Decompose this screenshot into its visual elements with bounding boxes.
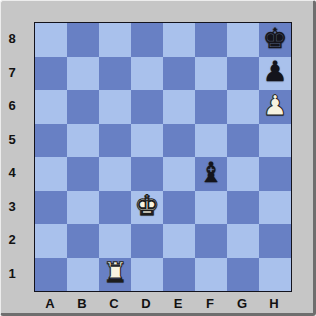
white-king[interactable]: ♚ — [134, 192, 159, 220]
square-a4[interactable] — [35, 157, 67, 191]
square-b1[interactable] — [67, 258, 99, 292]
square-h2[interactable] — [259, 224, 291, 258]
square-a7[interactable] — [35, 57, 67, 91]
square-a1[interactable] — [35, 258, 67, 292]
square-h6[interactable]: ♟ — [259, 90, 291, 124]
rank-label-8: 8 — [1, 22, 23, 56]
square-b3[interactable] — [67, 191, 99, 225]
rank-label-3: 3 — [1, 190, 23, 224]
square-e5[interactable] — [163, 124, 195, 158]
black-pawn[interactable]: ♟ — [262, 58, 287, 86]
file-label-d: D — [130, 293, 162, 313]
square-d6[interactable] — [131, 90, 163, 124]
black-bishop[interactable]: ♝ — [198, 159, 223, 187]
square-h5[interactable] — [259, 124, 291, 158]
square-b5[interactable] — [67, 124, 99, 158]
square-a2[interactable] — [35, 224, 67, 258]
file-label-f: F — [194, 293, 226, 313]
file-labels: ABCDEFGH — [34, 293, 290, 313]
file-label-a: A — [34, 293, 66, 313]
white-rook[interactable]: ♜ — [102, 259, 127, 287]
square-e6[interactable] — [163, 90, 195, 124]
square-g5[interactable] — [227, 124, 259, 158]
square-d1[interactable] — [131, 258, 163, 292]
square-c1[interactable]: ♜ — [99, 258, 131, 292]
square-f6[interactable] — [195, 90, 227, 124]
square-h3[interactable] — [259, 191, 291, 225]
square-f8[interactable] — [195, 23, 227, 57]
square-a8[interactable] — [35, 23, 67, 57]
square-h8[interactable]: ♚ — [259, 23, 291, 57]
square-a5[interactable] — [35, 124, 67, 158]
square-e8[interactable] — [163, 23, 195, 57]
square-c6[interactable] — [99, 90, 131, 124]
square-d5[interactable] — [131, 124, 163, 158]
square-g3[interactable] — [227, 191, 259, 225]
file-label-e: E — [162, 293, 194, 313]
square-f5[interactable] — [195, 124, 227, 158]
square-c7[interactable] — [99, 57, 131, 91]
square-f3[interactable] — [195, 191, 227, 225]
square-a3[interactable] — [35, 191, 67, 225]
square-f7[interactable] — [195, 57, 227, 91]
square-g8[interactable] — [227, 23, 259, 57]
square-b2[interactable] — [67, 224, 99, 258]
square-d2[interactable] — [131, 224, 163, 258]
black-king[interactable]: ♚ — [262, 25, 287, 53]
square-c2[interactable] — [99, 224, 131, 258]
square-a6[interactable] — [35, 90, 67, 124]
square-h7[interactable]: ♟ — [259, 57, 291, 91]
square-c4[interactable] — [99, 157, 131, 191]
rank-label-6: 6 — [1, 89, 23, 123]
white-pawn[interactable]: ♟ — [262, 92, 287, 120]
square-b4[interactable] — [67, 157, 99, 191]
square-b6[interactable] — [67, 90, 99, 124]
square-e7[interactable] — [163, 57, 195, 91]
square-b7[interactable] — [67, 57, 99, 91]
square-h4[interactable] — [259, 157, 291, 191]
square-e2[interactable] — [163, 224, 195, 258]
square-g4[interactable] — [227, 157, 259, 191]
square-d4[interactable] — [131, 157, 163, 191]
square-c5[interactable] — [99, 124, 131, 158]
chess-board[interactable]: ♚♟♟♝♚♜ — [34, 22, 292, 292]
square-g2[interactable] — [227, 224, 259, 258]
square-f4[interactable]: ♝ — [195, 157, 227, 191]
square-d8[interactable] — [131, 23, 163, 57]
square-f2[interactable] — [195, 224, 227, 258]
file-label-g: G — [226, 293, 258, 313]
rank-label-1: 1 — [1, 257, 23, 291]
rank-label-7: 7 — [1, 56, 23, 90]
square-h1[interactable] — [259, 258, 291, 292]
square-e3[interactable] — [163, 191, 195, 225]
square-f1[interactable] — [195, 258, 227, 292]
chess-diagram-panel: 87654321 ♚♟♟♝♚♜ ABCDEFGH — [0, 0, 316, 316]
square-c8[interactable] — [99, 23, 131, 57]
rank-label-5: 5 — [1, 123, 23, 157]
square-c3[interactable] — [99, 191, 131, 225]
file-label-b: B — [66, 293, 98, 313]
square-e4[interactable] — [163, 157, 195, 191]
rank-label-2: 2 — [1, 223, 23, 257]
file-label-c: C — [98, 293, 130, 313]
rank-labels: 87654321 — [1, 22, 31, 290]
file-label-h: H — [258, 293, 290, 313]
square-b8[interactable] — [67, 23, 99, 57]
square-d3[interactable]: ♚ — [131, 191, 163, 225]
square-e1[interactable] — [163, 258, 195, 292]
rank-label-4: 4 — [1, 156, 23, 190]
square-g6[interactable] — [227, 90, 259, 124]
square-d7[interactable] — [131, 57, 163, 91]
square-g1[interactable] — [227, 258, 259, 292]
square-g7[interactable] — [227, 57, 259, 91]
